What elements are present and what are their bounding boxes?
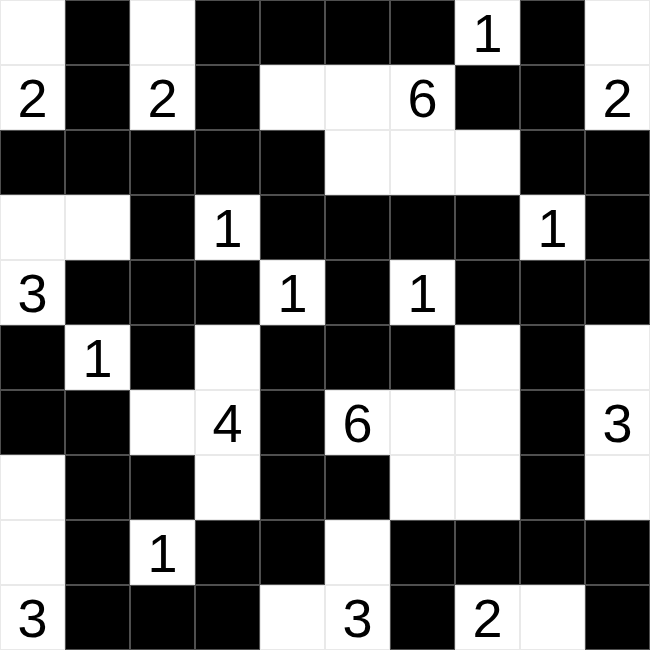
cell-r2c8-black[interactable] [520,130,585,195]
cell-r0c8-black[interactable] [520,0,585,65]
cell-r1c3-black[interactable] [195,65,260,130]
cell-r5c0-black[interactable] [0,325,65,390]
cell-r8c3-black[interactable] [195,520,260,585]
cell-r6c9-clue[interactable]: 3 [585,390,650,455]
cell-r9c4-white[interactable] [260,585,325,650]
cell-r4c3-black[interactable] [195,260,260,325]
cell-r9c6-black[interactable] [390,585,455,650]
cell-r0c7-clue[interactable]: 1 [455,0,520,65]
cell-r7c5-black[interactable] [325,455,390,520]
cell-r5c8-black[interactable] [520,325,585,390]
cell-r7c3-white[interactable] [195,455,260,520]
cell-r5c2-black[interactable] [130,325,195,390]
cell-r9c1-black[interactable] [65,585,130,650]
cell-r2c2-black[interactable] [130,130,195,195]
cell-r2c0-black[interactable] [0,130,65,195]
cell-r2c5-white[interactable] [325,130,390,195]
cell-r1c0-clue[interactable]: 2 [0,65,65,130]
cell-r7c9-white[interactable] [585,455,650,520]
cell-r8c5-white[interactable] [325,520,390,585]
cell-r1c4-white[interactable] [260,65,325,130]
cell-r4c7-black[interactable] [455,260,520,325]
cell-r6c2-white[interactable] [130,390,195,455]
cell-r1c2-clue[interactable]: 2 [130,65,195,130]
cell-r9c5-clue[interactable]: 3 [325,585,390,650]
cell-r7c8-black[interactable] [520,455,585,520]
cell-r2c7-white[interactable] [455,130,520,195]
cell-r0c2-white[interactable] [130,0,195,65]
cell-r7c2-black[interactable] [130,455,195,520]
cell-r4c6-clue[interactable]: 1 [390,260,455,325]
cell-r3c9-black[interactable] [585,195,650,260]
cell-r3c7-black[interactable] [455,195,520,260]
cell-r2c1-black[interactable] [65,130,130,195]
cell-r6c6-white[interactable] [390,390,455,455]
cell-r4c1-black[interactable] [65,260,130,325]
cell-r6c7-white[interactable] [455,390,520,455]
cell-r5c4-black[interactable] [260,325,325,390]
cell-r0c1-black[interactable] [65,0,130,65]
cell-r8c6-black[interactable] [390,520,455,585]
cell-r1c6-clue[interactable]: 6 [390,65,455,130]
cell-r8c1-black[interactable] [65,520,130,585]
cell-r8c8-black[interactable] [520,520,585,585]
cell-r7c7-white[interactable] [455,455,520,520]
cell-r0c4-black[interactable] [260,0,325,65]
cell-r7c1-black[interactable] [65,455,130,520]
cell-r6c1-black[interactable] [65,390,130,455]
cell-r0c0-white[interactable] [0,0,65,65]
cell-r6c8-black[interactable] [520,390,585,455]
cell-r0c6-black[interactable] [390,0,455,65]
nurikabe-board: 122621131114631332 [0,0,650,650]
cell-r3c5-black[interactable] [325,195,390,260]
cell-r9c7-clue[interactable]: 2 [455,585,520,650]
cell-r8c2-clue[interactable]: 1 [130,520,195,585]
cell-r6c0-black[interactable] [0,390,65,455]
cell-r3c3-clue[interactable]: 1 [195,195,260,260]
cell-r4c5-black[interactable] [325,260,390,325]
cell-r4c9-black[interactable] [585,260,650,325]
cell-r3c2-black[interactable] [130,195,195,260]
cell-r2c9-black[interactable] [585,130,650,195]
cell-r1c5-white[interactable] [325,65,390,130]
cell-r3c6-black[interactable] [390,195,455,260]
cell-r5c9-white[interactable] [585,325,650,390]
cell-r7c0-white[interactable] [0,455,65,520]
cell-r3c8-clue[interactable]: 1 [520,195,585,260]
cell-r9c9-black[interactable] [585,585,650,650]
cell-r2c6-white[interactable] [390,130,455,195]
cell-r6c5-clue[interactable]: 6 [325,390,390,455]
cell-r5c5-black[interactable] [325,325,390,390]
cell-r1c7-black[interactable] [455,65,520,130]
cell-r3c4-black[interactable] [260,195,325,260]
cell-r4c8-black[interactable] [520,260,585,325]
cell-r0c9-white[interactable] [585,0,650,65]
cell-r5c6-black[interactable] [390,325,455,390]
cell-r7c4-black[interactable] [260,455,325,520]
cell-r5c3-white[interactable] [195,325,260,390]
cell-r2c3-black[interactable] [195,130,260,195]
cell-r0c3-black[interactable] [195,0,260,65]
cell-r1c1-black[interactable] [65,65,130,130]
cell-r9c2-black[interactable] [130,585,195,650]
cell-r5c7-white[interactable] [455,325,520,390]
cell-r7c6-white[interactable] [390,455,455,520]
cell-r4c4-clue[interactable]: 1 [260,260,325,325]
cell-r1c8-black[interactable] [520,65,585,130]
cell-r8c9-black[interactable] [585,520,650,585]
cell-r2c4-black[interactable] [260,130,325,195]
cell-r3c0-white[interactable] [0,195,65,260]
cell-r4c2-black[interactable] [130,260,195,325]
cell-r9c3-black[interactable] [195,585,260,650]
cell-r1c9-clue[interactable]: 2 [585,65,650,130]
cell-r8c7-black[interactable] [455,520,520,585]
cell-r8c4-black[interactable] [260,520,325,585]
cell-r9c8-white[interactable] [520,585,585,650]
cell-r5c1-clue[interactable]: 1 [65,325,130,390]
cell-r9c0-clue[interactable]: 3 [0,585,65,650]
cell-r8c0-white[interactable] [0,520,65,585]
cell-r3c1-white[interactable] [65,195,130,260]
cell-r4c0-clue[interactable]: 3 [0,260,65,325]
cell-r6c3-clue[interactable]: 4 [195,390,260,455]
cell-r0c5-black[interactable] [325,0,390,65]
cell-r6c4-black[interactable] [260,390,325,455]
